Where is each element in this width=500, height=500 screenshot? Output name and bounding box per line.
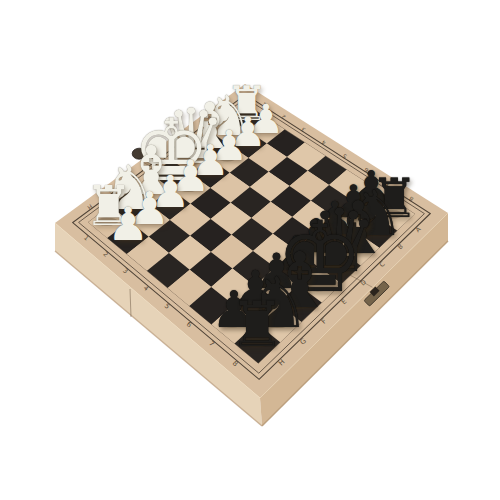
piece-black-rook-h8[interactable]: ♜: [229, 294, 285, 357]
piece-white-pawn-h2[interactable]: ♟: [107, 201, 148, 247]
chess-set-product-photo: AABBCCDDEEFFGGHH1122334455667788 ♜♞♝♛♚♝♞…: [0, 0, 500, 500]
